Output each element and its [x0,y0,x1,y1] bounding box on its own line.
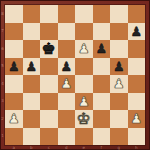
square-b1[interactable] [23,128,41,146]
piece-white-pawn: ♟ [78,42,90,55]
chess-board: ♟♚♟♟♟♟♟♟♟♟♟♟♚♟ 87654321 abcdefgh [0,0,150,150]
piece-black-pawn: ♟ [95,42,107,55]
square-h6[interactable] [128,40,146,58]
square-f7[interactable] [93,23,111,41]
square-c3[interactable] [40,93,58,111]
square-e4[interactable] [75,75,93,93]
square-d7[interactable] [58,23,76,41]
square-f6[interactable]: ♟ [93,40,111,58]
square-f3[interactable] [93,93,111,111]
square-g2[interactable] [110,110,128,128]
square-b7[interactable] [23,23,41,41]
file-label-a: a [5,145,23,150]
square-g8[interactable] [110,5,128,23]
square-f8[interactable] [93,5,111,23]
piece-white-pawn: ♟ [130,112,142,125]
board-grid: ♟♚♟♟♟♟♟♟♟♟♟♟♚♟ [5,5,145,145]
piece-white-pawn: ♟ [8,112,20,125]
square-d1[interactable] [58,128,76,146]
file-label-g: g [110,145,128,150]
square-h5[interactable] [128,58,146,76]
file-label-h: h [128,145,146,150]
square-d5[interactable]: ♟ [58,58,76,76]
file-label-f: f [93,145,111,150]
square-h4[interactable] [128,75,146,93]
square-d4[interactable]: ♟ [58,75,76,93]
square-a3[interactable] [5,93,23,111]
square-b4[interactable] [23,75,41,93]
square-a5[interactable]: ♟ [5,58,23,76]
square-c6[interactable]: ♚ [40,40,58,58]
square-g7[interactable] [110,23,128,41]
square-a1[interactable] [5,128,23,146]
square-h3[interactable] [128,93,146,111]
square-g6[interactable] [110,40,128,58]
piece-black-pawn: ♟ [130,24,142,37]
square-d3[interactable] [58,93,76,111]
square-h7[interactable]: ♟ [128,23,146,41]
square-c2[interactable] [40,110,58,128]
square-a8[interactable] [5,5,23,23]
square-f4[interactable] [93,75,111,93]
piece-white-pawn: ♟ [78,94,90,107]
file-label-c: c [40,145,58,150]
square-g4[interactable]: ♟ [110,75,128,93]
square-d6[interactable] [58,40,76,58]
square-f1[interactable] [93,128,111,146]
piece-black-pawn: ♟ [113,59,125,72]
square-b6[interactable] [23,40,41,58]
piece-black-pawn: ♟ [8,59,20,72]
square-e7[interactable] [75,23,93,41]
square-e6[interactable]: ♟ [75,40,93,58]
piece-black-king: ♚ [42,40,56,56]
file-label-b: b [23,145,41,150]
piece-black-pawn: ♟ [60,59,72,72]
square-c5[interactable] [40,58,58,76]
square-c4[interactable] [40,75,58,93]
square-a2[interactable]: ♟ [5,110,23,128]
square-c8[interactable] [40,5,58,23]
file-label-d: d [58,145,76,150]
square-h2[interactable]: ♟ [128,110,146,128]
piece-white-pawn: ♟ [60,77,72,90]
square-e5[interactable] [75,58,93,76]
square-f2[interactable] [93,110,111,128]
file-labels: abcdefgh [5,145,145,150]
square-b3[interactable] [23,93,41,111]
square-a7[interactable] [5,23,23,41]
piece-white-pawn: ♟ [113,77,125,90]
piece-black-pawn: ♟ [25,59,37,72]
square-e8[interactable] [75,5,93,23]
square-d8[interactable] [58,5,76,23]
square-b5[interactable]: ♟ [23,58,41,76]
square-e2[interactable]: ♚ [75,110,93,128]
square-e1[interactable] [75,128,93,146]
piece-white-king: ♚ [77,110,91,126]
square-b2[interactable] [23,110,41,128]
square-g1[interactable] [110,128,128,146]
square-a4[interactable] [5,75,23,93]
square-h1[interactable] [128,128,146,146]
square-a6[interactable] [5,40,23,58]
square-d2[interactable] [58,110,76,128]
square-b8[interactable] [23,5,41,23]
square-c1[interactable] [40,128,58,146]
file-label-e: e [75,145,93,150]
square-g5[interactable]: ♟ [110,58,128,76]
square-g3[interactable] [110,93,128,111]
square-h8[interactable] [128,5,146,23]
square-f5[interactable] [93,58,111,76]
